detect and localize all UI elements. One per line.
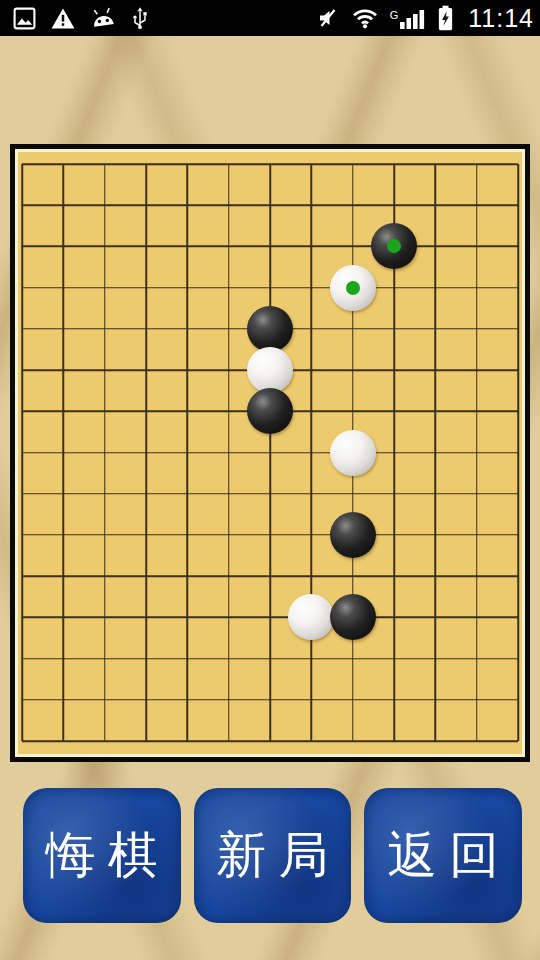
button-bar: 悔棋 新局 返回 xyxy=(23,788,522,923)
status-bar-left xyxy=(12,5,150,31)
black-stone xyxy=(371,223,417,269)
black-stone xyxy=(330,512,376,558)
grid-hline xyxy=(22,452,518,454)
android-debug-icon xyxy=(89,6,117,31)
grid-hline xyxy=(22,740,518,742)
battery-charging-icon xyxy=(438,5,453,31)
grid-hline xyxy=(22,575,518,577)
warning-icon xyxy=(50,6,76,31)
screen: { "game": "Gomoku (五子棋)", "status_bar": … xyxy=(0,0,540,960)
cell-signal-icon: G xyxy=(390,6,428,30)
clock: 11:14 xyxy=(468,4,534,33)
wifi-icon xyxy=(351,7,379,29)
board-surface xyxy=(18,152,522,754)
grid-hline xyxy=(22,246,518,248)
grid-hline xyxy=(22,204,518,206)
white-stone xyxy=(330,430,376,476)
network-type-label: G xyxy=(390,10,399,21)
last-move-marker xyxy=(346,281,360,295)
white-stone xyxy=(330,265,376,311)
new-game-button[interactable]: 新局 xyxy=(194,788,352,923)
grid-hline xyxy=(22,163,518,165)
back-button[interactable]: 返回 xyxy=(364,788,522,923)
mute-icon xyxy=(316,6,340,30)
black-stone xyxy=(247,306,293,352)
grid-hline xyxy=(22,658,518,660)
usb-icon xyxy=(130,5,150,31)
last-move-marker xyxy=(387,239,401,253)
board-grid[interactable] xyxy=(22,164,518,741)
grid-hline xyxy=(22,534,518,536)
white-stone xyxy=(288,594,334,640)
grid-hline xyxy=(22,493,518,495)
black-stone xyxy=(330,594,376,640)
white-stone xyxy=(247,347,293,393)
status-bar-right: G 11:14 xyxy=(316,4,534,33)
game-board-frame xyxy=(10,144,530,762)
undo-button[interactable]: 悔棋 xyxy=(23,788,181,923)
grid-hline xyxy=(22,699,518,701)
grid-hline xyxy=(22,287,518,289)
gallery-icon xyxy=(12,6,37,31)
grid-hline xyxy=(22,617,518,619)
status-bar: G 11:14 xyxy=(0,0,540,36)
black-stone xyxy=(247,388,293,434)
